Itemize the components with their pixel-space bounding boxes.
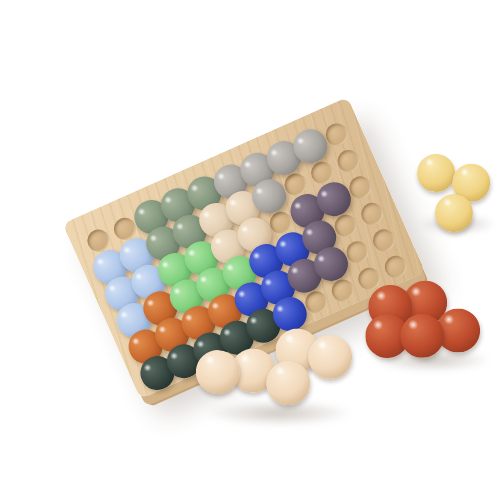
loose-piece-rust-red[interactable] [363,279,500,375]
bead-cream[interactable] [194,349,241,396]
puzzle-photo [0,0,500,500]
bead-cream[interactable] [307,333,354,380]
board-hole [333,146,362,175]
loose-piece-cream[interactable] [191,321,357,422]
bead-yellow[interactable] [415,152,457,194]
board-hole [381,252,410,281]
board-hole [357,199,386,228]
board-hole [369,226,398,255]
bead-rust-red[interactable] [400,313,446,359]
loose-piece-yellow[interactable] [408,152,500,258]
